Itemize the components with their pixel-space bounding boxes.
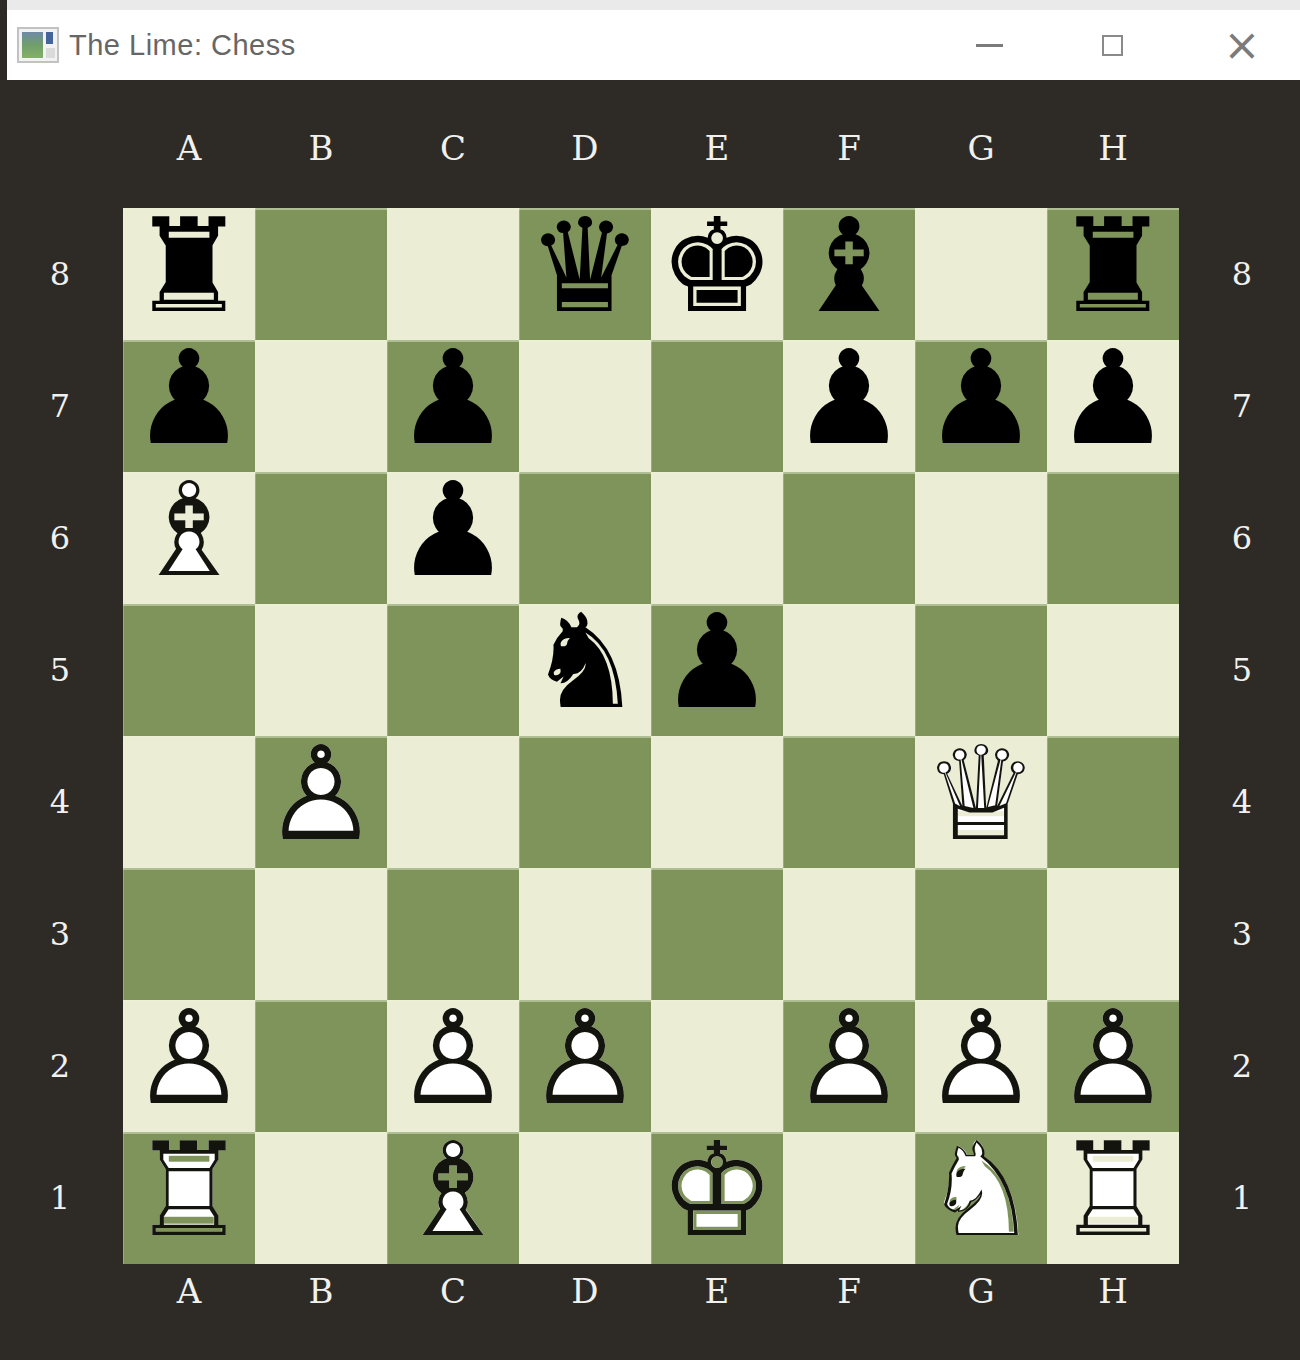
square-b3[interactable] [255,868,387,1000]
square-h8[interactable]: ♜ [1047,208,1179,340]
rank-label-6: 6 [1212,472,1272,604]
title-bar: The Lime: Chess × [7,10,1300,80]
square-c3[interactable] [387,868,519,1000]
rank-label-4: 4 [1212,736,1272,868]
app-icon-bar [46,48,55,58]
rank-label-8: 8 [1212,208,1272,340]
square-d7[interactable] [519,340,651,472]
piece-black-pawn: ♟ [1047,332,1179,464]
square-g6[interactable] [915,472,1047,604]
piece-black-pawn: ♟ [123,332,255,464]
square-c5[interactable] [387,604,519,736]
square-h5[interactable] [1047,604,1179,736]
square-e5[interactable]: ♟ [651,604,783,736]
file-labels-bottom: ABCDEFGH [123,1266,1179,1316]
square-f6[interactable] [783,472,915,604]
piece-white-pawn: ♟♙ [519,992,651,1124]
file-label-h: H [1047,1266,1179,1316]
file-label-h: H [1047,123,1179,173]
square-e4[interactable] [651,736,783,868]
square-g8[interactable] [915,208,1047,340]
piece-white-rook: ♜♖ [123,1124,255,1256]
square-f5[interactable] [783,604,915,736]
square-h2[interactable]: ♟♙ [1047,1000,1179,1132]
square-h4[interactable] [1047,736,1179,868]
rank-label-5: 5 [1212,604,1272,736]
rank-label-1: 1 [1212,1132,1272,1264]
file-label-f: F [783,1266,915,1316]
rank-label-7: 7 [30,340,90,472]
piece-white-pawn: ♟♙ [915,992,1047,1124]
square-c8[interactable] [387,208,519,340]
file-label-d: D [519,1266,651,1316]
square-d5[interactable]: ♞ [519,604,651,736]
file-label-a: A [123,123,255,173]
square-d2[interactable]: ♟♙ [519,1000,651,1132]
square-h6[interactable] [1047,472,1179,604]
square-b4[interactable]: ♟♙ [255,736,387,868]
file-label-b: B [255,123,387,173]
rank-label-4: 4 [30,736,90,868]
rank-label-6: 6 [30,472,90,604]
piece-black-bishop: ♝ [783,200,915,332]
square-g4[interactable]: ♛♕ [915,736,1047,868]
square-d4[interactable] [519,736,651,868]
square-d3[interactable] [519,868,651,1000]
square-b2[interactable] [255,1000,387,1132]
file-label-g: G [915,1266,1047,1316]
square-f2[interactable]: ♟♙ [783,1000,915,1132]
square-e8[interactable]: ♚ [651,208,783,340]
piece-white-king: ♚♔ [651,1124,783,1256]
square-a1[interactable]: ♜♖ [123,1132,255,1264]
square-f7[interactable]: ♟ [783,340,915,472]
square-c7[interactable]: ♟ [387,340,519,472]
piece-white-rook: ♜♖ [1047,1124,1179,1256]
square-g2[interactable]: ♟♙ [915,1000,1047,1132]
square-a8[interactable]: ♜ [123,208,255,340]
square-g3[interactable] [915,868,1047,1000]
square-g5[interactable] [915,604,1047,736]
window-top-border [7,0,1300,10]
square-b5[interactable] [255,604,387,736]
piece-black-queen: ♛ [519,200,651,332]
piece-white-pawn: ♟♙ [1047,992,1179,1124]
square-h7[interactable]: ♟ [1047,340,1179,472]
square-e2[interactable] [651,1000,783,1132]
square-h3[interactable] [1047,868,1179,1000]
square-a7[interactable]: ♟ [123,340,255,472]
file-label-c: C [387,1266,519,1316]
piece-white-pawn: ♟♙ [123,992,255,1124]
piece-white-pawn: ♟♙ [255,728,387,860]
rank-labels-left: 87654321 [30,208,90,1264]
piece-black-pawn: ♟ [915,332,1047,464]
piece-black-pawn: ♟ [387,464,519,596]
square-g7[interactable]: ♟ [915,340,1047,472]
square-e3[interactable] [651,868,783,1000]
piece-white-pawn: ♟♙ [387,992,519,1124]
square-a3[interactable] [123,868,255,1000]
minimize-button[interactable] [966,10,1012,80]
square-b8[interactable] [255,208,387,340]
minimize-icon [976,44,1003,47]
rank-label-3: 3 [30,868,90,1000]
window-title: The Lime: Chess [69,29,296,62]
chess-board: ♜♛♚♝♜♟♟♟♟♟♝♗♟♞♟♟♙♛♕♟♙♟♙♟♙♟♙♟♙♟♙♜♖♝♗♚♔♞♘♜… [123,208,1179,1264]
square-b1[interactable] [255,1132,387,1264]
file-label-b: B [255,1266,387,1316]
file-label-f: F [783,123,915,173]
file-label-d: D [519,123,651,173]
file-label-g: G [915,123,1047,173]
square-b7[interactable] [255,340,387,472]
rank-label-2: 2 [1212,1000,1272,1132]
rank-label-3: 3 [1212,868,1272,1000]
square-c4[interactable] [387,736,519,868]
rank-label-5: 5 [30,604,90,736]
square-d6[interactable] [519,472,651,604]
square-c6[interactable]: ♟ [387,472,519,604]
app-icon-pane [22,32,43,58]
piece-black-rook: ♜ [1047,200,1179,332]
rank-label-1: 1 [30,1132,90,1264]
square-a2[interactable]: ♟♙ [123,1000,255,1132]
piece-black-pawn: ♟ [387,332,519,464]
piece-black-pawn: ♟ [783,332,915,464]
rank-label-8: 8 [30,208,90,340]
file-label-e: E [651,1266,783,1316]
piece-black-rook: ♜ [123,200,255,332]
piece-white-bishop: ♝♗ [123,464,255,596]
square-f1[interactable] [783,1132,915,1264]
maximize-icon [1102,35,1123,56]
square-a4[interactable] [123,736,255,868]
rank-label-7: 7 [1212,340,1272,472]
piece-black-pawn: ♟ [651,596,783,728]
square-f4[interactable] [783,736,915,868]
rank-label-2: 2 [30,1000,90,1132]
file-label-a: A [123,1266,255,1316]
square-d8[interactable]: ♛ [519,208,651,340]
file-label-c: C [387,123,519,173]
square-c2[interactable]: ♟♙ [387,1000,519,1132]
square-g1[interactable]: ♞♘ [915,1132,1047,1264]
square-f8[interactable]: ♝ [783,208,915,340]
piece-black-knight: ♞ [519,596,651,728]
square-e7[interactable] [651,340,783,472]
square-a6[interactable]: ♝♗ [123,472,255,604]
piece-black-king: ♚ [651,200,783,332]
maximize-button[interactable] [1089,10,1135,80]
square-e6[interactable] [651,472,783,604]
file-labels-top: ABCDEFGH [123,123,1179,173]
piece-white-knight: ♞♘ [915,1124,1047,1256]
piece-white-queen: ♛♕ [915,728,1047,860]
app-icon-mark [46,32,53,44]
piece-white-pawn: ♟♙ [783,992,915,1124]
square-f3[interactable] [783,868,915,1000]
file-label-e: E [651,123,783,173]
square-h1[interactable]: ♜♖ [1047,1132,1179,1264]
square-c1[interactable]: ♝♗ [387,1132,519,1264]
rank-labels-right: 87654321 [1212,208,1272,1264]
square-b6[interactable] [255,472,387,604]
close-button[interactable]: × [1219,10,1265,80]
piece-white-bishop: ♝♗ [387,1124,519,1256]
square-e1[interactable]: ♚♔ [651,1132,783,1264]
square-a5[interactable] [123,604,255,736]
app-icon [17,27,59,63]
square-d1[interactable] [519,1132,651,1264]
